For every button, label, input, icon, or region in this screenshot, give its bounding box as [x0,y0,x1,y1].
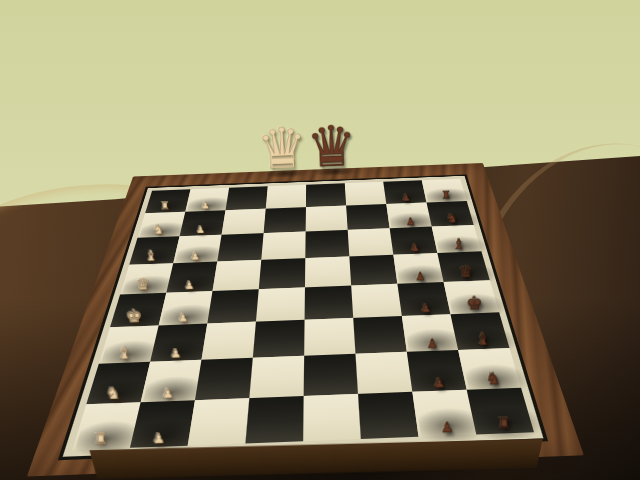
square-h3 [188,398,250,446]
square-h2: ♟ [130,400,195,448]
black-pawn: ♟ [433,376,445,390]
square-h7: ♟ [412,390,476,437]
black-pawn: ♟ [402,193,411,203]
piece-shadow [393,235,451,258]
square-d2: ♟ [166,261,217,292]
piece-shadow [186,195,239,214]
square-f7: ♟ [402,314,458,352]
square-e3 [207,289,258,323]
square-f3 [201,322,255,360]
square-f6 [353,316,407,354]
square-g3 [195,358,253,400]
black-bishop: ♝ [452,237,465,252]
square-g6 [355,352,412,394]
square-h4 [245,396,303,443]
black-queen: ♛ [459,264,474,281]
square-b4 [264,207,306,233]
black-pawn: ♟ [420,302,431,314]
square-f2: ♟ [150,324,207,362]
white-queen-spare: ♛ [256,120,308,178]
square-a6 [345,182,387,206]
piece-shadow [386,187,439,206]
square-g4 [249,356,304,398]
spare-queens-tray: ♛♛ [131,156,485,183]
black-pawn: ♟ [415,271,425,283]
square-f4 [253,320,305,358]
square-g2: ♟ [141,360,202,403]
spare-black-queen: ♛ [314,161,350,175]
square-c2: ♟ [173,235,221,264]
square-e6 [351,284,402,318]
square-a1: ♜ [145,189,190,213]
piece-shadow [316,166,361,176]
white-pawn: ♟ [162,387,174,401]
black-rook: ♜ [441,190,451,202]
black-pawn: ♟ [406,216,416,227]
square-d5 [305,256,351,287]
white-rook: ♜ [94,432,109,449]
square-a2: ♟ [185,188,229,212]
black-knight: ♞ [486,371,501,388]
square-b1: ♞ [138,212,186,238]
square-h5 [303,394,361,441]
square-c4 [261,231,305,259]
square-e2: ♟ [159,291,213,325]
square-d8: ♛ [437,251,489,282]
square-f8: ♝ [450,312,509,350]
square-a8: ♜ [422,179,467,203]
square-h6 [358,392,419,439]
white-pawn: ♟ [170,347,182,360]
black-bishop: ♝ [476,331,491,348]
square-e5 [305,286,354,320]
square-c7: ♟ [390,227,438,255]
white-bishop: ♝ [145,249,158,264]
black-king: ♚ [466,294,483,313]
square-b7: ♟ [386,202,431,228]
black-pawn: ♟ [410,242,420,253]
square-c1: ♝ [129,236,179,265]
chess-board: ♛♛ ♜♟♟♜♞♟♟♞♝♟♟♝♛♟♟♛♚♟♟♚♝♟♟♝♞♟♟♞♜♟♟♜ [27,163,584,477]
piece-shadow [146,196,200,215]
piece-shadow [435,233,494,256]
piece-shadow [138,219,194,240]
white-bishop: ♝ [117,345,132,362]
black-knight: ♞ [446,212,458,225]
board-tilt-wrapper: ♛♛ ♜♟♟♜♞♟♟♞♝♟♟♝♛♟♟♛♚♟♟♚♝♟♟♝♞♟♟♞♜♟♟♜ [84,64,530,480]
square-b5 [306,206,348,232]
piece-shadow [425,186,479,205]
piece-shadow [267,168,312,178]
square-b2: ♟ [180,210,226,236]
square-g1: ♞ [86,362,150,405]
square-d4 [259,258,306,289]
white-pawn: ♟ [177,312,188,324]
white-pawn: ♟ [152,431,165,446]
square-h8: ♜ [467,388,534,435]
piece-shadow [130,245,189,268]
white-pawn: ♟ [196,224,206,235]
black-rook: ♜ [497,416,512,433]
piece-shadow [174,243,232,266]
square-g7: ♟ [407,350,467,392]
board-grid: ♜♟♟♜♞♟♟♞♝♟♟♝♛♟♟♛♚♟♟♚♝♟♟♝♞♟♟♞♜♟♟♜ [72,179,534,450]
square-e8: ♚ [444,280,500,314]
square-g8: ♞ [458,348,521,390]
white-rook: ♜ [160,201,170,213]
spare-white-queen: ♛ [265,163,301,177]
square-e4 [256,287,305,321]
white-pawn: ♟ [190,251,200,262]
square-c8: ♝ [432,225,482,253]
piece-shadow [181,218,236,239]
square-d7: ♟ [393,253,443,284]
piece-shadow [472,402,552,440]
square-f5 [304,318,355,356]
white-knight: ♞ [153,224,165,237]
square-d6 [349,255,397,286]
board-playing-area: ♜♟♟♜♞♟♟♞♝♟♟♝♛♟♟♛♚♟♟♚♝♟♟♝♞♟♟♞♜♟♟♜ [58,174,548,460]
perspective-scene: ♛♛ ♜♟♟♜♞♟♟♞♝♟♟♝♛♟♟♛♚♟♟♚♝♟♟♝♞♟♟♞♜♟♟♜ [0,0,640,480]
white-knight: ♞ [106,386,121,403]
square-b8: ♞ [427,201,474,227]
white-king: ♚ [126,307,143,326]
piece-shadow [430,208,486,229]
square-a7: ♟ [383,180,426,204]
square-b6 [346,204,390,230]
square-g5 [304,354,358,396]
square-c5 [305,230,349,258]
square-a5 [306,183,346,207]
square-e1: ♚ [110,293,166,328]
square-a4 [266,185,306,209]
black-pawn: ♟ [426,337,438,350]
square-b3 [222,209,266,235]
square-d1: ♛ [120,263,173,294]
piece-shadow [389,210,444,231]
black-queen-spare: ♛ [305,118,357,176]
black-pawn: ♟ [440,420,453,435]
square-c6 [348,228,394,256]
square-f1: ♝ [99,325,159,363]
white-pawn: ♟ [184,280,194,292]
white-queen: ♛ [136,277,151,294]
square-c3 [217,233,263,261]
square-a3 [226,186,268,210]
square-d3 [213,260,262,291]
chess-photo-scene: ♛♛ ♜♟♟♜♞♟♟♞♝♟♟♝♛♟♟♛♚♟♟♚♝♟♟♝♞♟♟♞♜♟♟♜ [0,0,640,480]
white-pawn: ♟ [201,200,210,210]
square-e7: ♟ [397,282,450,316]
